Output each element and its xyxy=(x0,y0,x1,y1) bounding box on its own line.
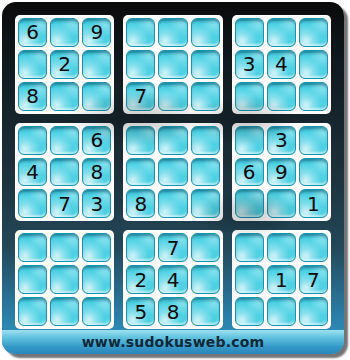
cell-r9c6[interactable] xyxy=(191,297,220,326)
cell-r8c9[interactable]: 7 xyxy=(299,265,328,294)
cell-r4c1[interactable] xyxy=(18,126,47,155)
sudoku-box: 34 xyxy=(232,15,331,114)
sudoku-box: 17 xyxy=(232,230,331,329)
cell-r7c8[interactable] xyxy=(267,233,296,262)
cell-r1c9[interactable] xyxy=(299,18,328,47)
cell-r6c7[interactable] xyxy=(235,189,264,218)
cell-r5c7[interactable]: 6 xyxy=(235,158,264,187)
cell-r3c7[interactable] xyxy=(235,82,264,111)
cell-r8c2[interactable] xyxy=(50,265,79,294)
cell-r6c3[interactable]: 3 xyxy=(82,189,111,218)
cell-r5c6[interactable] xyxy=(191,158,220,187)
cell-r7c1[interactable] xyxy=(18,233,47,262)
cell-r4c3[interactable]: 6 xyxy=(82,126,111,155)
cell-r9c3[interactable] xyxy=(82,297,111,326)
cell-r6c8[interactable] xyxy=(267,189,296,218)
cell-r2c5[interactable] xyxy=(158,50,187,79)
cell-r3c2[interactable] xyxy=(50,82,79,111)
cell-r8c3[interactable] xyxy=(82,265,111,294)
cell-r3c1[interactable]: 8 xyxy=(18,82,47,111)
sudoku-box: 3691 xyxy=(232,123,331,222)
cell-r8c1[interactable] xyxy=(18,265,47,294)
cell-r4c4[interactable] xyxy=(126,126,155,155)
cell-r7c4[interactable] xyxy=(126,233,155,262)
cell-r4c9[interactable] xyxy=(299,126,328,155)
sudoku-page: 692873464873836917245817 www.sudokusweb.… xyxy=(0,0,350,360)
cell-r4c6[interactable] xyxy=(191,126,220,155)
cell-r8c7[interactable] xyxy=(235,265,264,294)
cell-r5c9[interactable] xyxy=(299,158,328,187)
cell-r2c9[interactable] xyxy=(299,50,328,79)
cell-r2c6[interactable] xyxy=(191,50,220,79)
cell-r8c4[interactable]: 2 xyxy=(126,265,155,294)
cell-r4c5[interactable] xyxy=(158,126,187,155)
cell-r1c4[interactable] xyxy=(126,18,155,47)
cell-r6c5[interactable] xyxy=(158,189,187,218)
cell-r9c2[interactable] xyxy=(50,297,79,326)
cell-r3c4[interactable]: 7 xyxy=(126,82,155,111)
cell-r6c4[interactable]: 8 xyxy=(126,189,155,218)
sudoku-box: 6928 xyxy=(15,15,114,114)
cell-r9c1[interactable] xyxy=(18,297,47,326)
cell-r3c5[interactable] xyxy=(158,82,187,111)
cell-r3c6[interactable] xyxy=(191,82,220,111)
cell-r3c8[interactable] xyxy=(267,82,296,111)
sudoku-box: 64873 xyxy=(15,123,114,222)
cell-r7c2[interactable] xyxy=(50,233,79,262)
cell-r2c1[interactable] xyxy=(18,50,47,79)
cell-r1c1[interactable]: 6 xyxy=(18,18,47,47)
cell-r8c8[interactable]: 1 xyxy=(267,265,296,294)
sudoku-box: 8 xyxy=(123,123,222,222)
cell-r7c3[interactable] xyxy=(82,233,111,262)
cell-r5c4[interactable] xyxy=(126,158,155,187)
cell-r9c5[interactable]: 8 xyxy=(158,297,187,326)
cell-r9c9[interactable] xyxy=(299,297,328,326)
cell-r3c9[interactable] xyxy=(299,82,328,111)
cell-r9c8[interactable] xyxy=(267,297,296,326)
cell-r2c2[interactable]: 2 xyxy=(50,50,79,79)
cell-r5c2[interactable] xyxy=(50,158,79,187)
cell-r6c6[interactable] xyxy=(191,189,220,218)
cell-r1c6[interactable] xyxy=(191,18,220,47)
cell-r5c5[interactable] xyxy=(158,158,187,187)
cell-r6c9[interactable]: 1 xyxy=(299,189,328,218)
cell-r2c8[interactable]: 4 xyxy=(267,50,296,79)
cell-r8c6[interactable] xyxy=(191,265,220,294)
cell-r2c7[interactable]: 3 xyxy=(235,50,264,79)
cell-r5c1[interactable]: 4 xyxy=(18,158,47,187)
cell-r8c5[interactable]: 4 xyxy=(158,265,187,294)
cell-r9c4[interactable]: 5 xyxy=(126,297,155,326)
footer-bar: www.sudokusweb.com xyxy=(2,330,344,354)
cell-r7c9[interactable] xyxy=(299,233,328,262)
sudoku-grid: 692873464873836917245817 xyxy=(15,15,331,329)
cell-r5c3[interactable]: 8 xyxy=(82,158,111,187)
cell-r5c8[interactable]: 9 xyxy=(267,158,296,187)
cell-r4c7[interactable] xyxy=(235,126,264,155)
cell-r7c6[interactable] xyxy=(191,233,220,262)
sudoku-box: 72458 xyxy=(123,230,222,329)
cell-r1c3[interactable]: 9 xyxy=(82,18,111,47)
cell-r4c8[interactable]: 3 xyxy=(267,126,296,155)
cell-r3c3[interactable] xyxy=(82,82,111,111)
sudoku-board-frame: 692873464873836917245817 www.sudokusweb.… xyxy=(2,2,344,354)
cell-r1c2[interactable] xyxy=(50,18,79,47)
cell-r2c3[interactable] xyxy=(82,50,111,79)
cell-r6c1[interactable] xyxy=(18,189,47,218)
cell-r7c7[interactable] xyxy=(235,233,264,262)
cell-r9c7[interactable] xyxy=(235,297,264,326)
cell-r7c5[interactable]: 7 xyxy=(158,233,187,262)
cell-r6c2[interactable]: 7 xyxy=(50,189,79,218)
website-url[interactable]: www.sudokusweb.com xyxy=(82,334,265,350)
cell-r2c4[interactable] xyxy=(126,50,155,79)
cell-r1c8[interactable] xyxy=(267,18,296,47)
cell-r1c5[interactable] xyxy=(158,18,187,47)
sudoku-box xyxy=(15,230,114,329)
cell-r4c2[interactable] xyxy=(50,126,79,155)
cell-r1c7[interactable] xyxy=(235,18,264,47)
sudoku-box: 7 xyxy=(123,15,222,114)
